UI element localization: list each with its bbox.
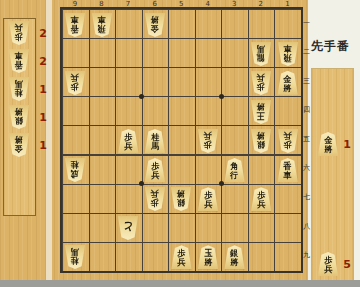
piece-kanji: 馬 bbox=[151, 142, 159, 151]
square-3八[interactable] bbox=[221, 213, 247, 242]
square-6三[interactable] bbox=[142, 67, 168, 96]
square-5二[interactable] bbox=[168, 38, 194, 67]
square-8三[interactable] bbox=[89, 67, 115, 96]
square-8七[interactable] bbox=[89, 184, 115, 213]
piece-kanji: 馬 bbox=[257, 44, 265, 53]
piece-kanji: 兵 bbox=[124, 142, 132, 151]
piece-kanji: 將 bbox=[231, 258, 239, 267]
square-8九[interactable] bbox=[89, 242, 115, 271]
rank-label-八: 八 bbox=[302, 222, 311, 231]
piece-kanji: 車 bbox=[15, 51, 23, 60]
piece-kanji: 金 bbox=[15, 144, 23, 153]
square-2九[interactable] bbox=[248, 242, 274, 271]
star-point bbox=[219, 181, 224, 186]
piece-kanji: 桂 bbox=[15, 88, 23, 97]
square-4二[interactable] bbox=[195, 38, 221, 67]
sente-captured-tray bbox=[311, 68, 354, 281]
piece-kanji: 王 bbox=[257, 111, 265, 120]
square-1四[interactable] bbox=[274, 96, 300, 125]
file-label-9: 9 bbox=[62, 0, 88, 8]
square-7二[interactable] bbox=[115, 38, 141, 67]
piece-kanji: 銀 bbox=[15, 116, 23, 125]
rank-label-五: 五 bbox=[302, 135, 311, 144]
window-edge bbox=[0, 280, 360, 287]
piece-kanji: 兵 bbox=[71, 73, 79, 82]
turn-indicator: 先手番 bbox=[311, 38, 357, 54]
square-8六[interactable] bbox=[89, 155, 115, 184]
piece-kanji: 銀 bbox=[177, 198, 185, 207]
gote-hand-count-gold: 1 bbox=[36, 139, 50, 152]
rank-label-六: 六 bbox=[302, 164, 311, 173]
square-4四[interactable] bbox=[195, 96, 221, 125]
square-8八[interactable] bbox=[89, 213, 115, 242]
square-7三[interactable] bbox=[115, 67, 141, 96]
file-label-3: 3 bbox=[221, 0, 247, 8]
square-6八[interactable] bbox=[142, 213, 168, 242]
piece-kanji: 兵 bbox=[204, 131, 212, 140]
piece-kanji: 兵 bbox=[151, 171, 159, 180]
square-4一[interactable] bbox=[195, 9, 221, 38]
square-7九[interactable] bbox=[115, 242, 141, 271]
piece-kanji: 兵 bbox=[257, 200, 265, 209]
piece-kanji: 歩 bbox=[257, 82, 265, 91]
piece-kanji: 將 bbox=[284, 84, 292, 93]
gote-hand-count-pawn: 2 bbox=[36, 27, 50, 40]
square-8五[interactable] bbox=[89, 125, 115, 154]
piece-kanji: 將 bbox=[15, 135, 23, 144]
file-label-1: 1 bbox=[274, 0, 300, 8]
square-3五[interactable] bbox=[221, 125, 247, 154]
piece-kanji: 銀 bbox=[257, 140, 265, 149]
file-label-7: 7 bbox=[115, 0, 141, 8]
piece-kanji: 兵 bbox=[151, 189, 159, 198]
square-4六[interactable] bbox=[195, 155, 221, 184]
piece-kanji: 兵 bbox=[15, 23, 23, 32]
file-label-5: 5 bbox=[168, 0, 194, 8]
piece-kanji: 兵 bbox=[324, 265, 332, 274]
square-4三[interactable] bbox=[195, 67, 221, 96]
piece-kanji: 車 bbox=[284, 44, 292, 53]
piece-kanji: 馬 bbox=[15, 79, 23, 88]
piece-kanji: 桂 bbox=[71, 256, 79, 265]
piece-kanji: 歩 bbox=[15, 32, 23, 41]
piece-kanji: 行 bbox=[231, 171, 239, 180]
square-1七[interactable] bbox=[274, 184, 300, 213]
square-5四[interactable] bbox=[168, 96, 194, 125]
square-3一[interactable] bbox=[221, 9, 247, 38]
piece-kanji: と bbox=[123, 216, 134, 236]
square-1一[interactable] bbox=[274, 9, 300, 38]
piece-kanji: 馬 bbox=[71, 247, 79, 256]
square-7六[interactable] bbox=[115, 155, 141, 184]
square-5五[interactable] bbox=[168, 125, 194, 154]
square-3七[interactable] bbox=[221, 184, 247, 213]
sente-hand-count-gold: 1 bbox=[340, 138, 354, 151]
square-7一[interactable] bbox=[115, 9, 141, 38]
piece-kanji: 將 bbox=[257, 102, 265, 111]
square-9八[interactable] bbox=[62, 213, 88, 242]
piece-kanji: 歩 bbox=[151, 198, 159, 207]
file-label-4: 4 bbox=[195, 0, 221, 8]
square-9二[interactable] bbox=[62, 38, 88, 67]
square-7四[interactable] bbox=[115, 96, 141, 125]
file-label-6: 6 bbox=[142, 0, 168, 8]
piece-kanji: 將 bbox=[257, 131, 265, 140]
piece-kanji: 將 bbox=[324, 145, 332, 154]
square-5八[interactable] bbox=[168, 213, 194, 242]
square-8四[interactable] bbox=[89, 96, 115, 125]
square-6二[interactable] bbox=[142, 38, 168, 67]
gote-hand-count-silver: 1 bbox=[36, 111, 50, 124]
piece-kanji: 車 bbox=[284, 171, 292, 180]
piece-kanji: 將 bbox=[204, 258, 212, 267]
piece-kanji: 兵 bbox=[204, 200, 212, 209]
star-point bbox=[219, 94, 224, 99]
square-1九[interactable] bbox=[274, 242, 300, 271]
piece-kanji: 成 bbox=[71, 169, 79, 178]
piece-kanji: 桂 bbox=[71, 160, 79, 169]
square-2八[interactable] bbox=[248, 213, 274, 242]
piece-kanji: 將 bbox=[177, 189, 185, 198]
star-point bbox=[139, 94, 144, 99]
piece-kanji: 將 bbox=[151, 15, 159, 24]
piece-kanji: 兵 bbox=[177, 258, 185, 267]
rank-label-三: 三 bbox=[302, 77, 311, 86]
piece-kanji: 歩 bbox=[204, 140, 212, 149]
square-9五[interactable] bbox=[62, 125, 88, 154]
square-6四[interactable] bbox=[142, 96, 168, 125]
piece-kanji: 兵 bbox=[257, 73, 265, 82]
square-8二[interactable] bbox=[89, 38, 115, 67]
gote-hand-count-lance: 2 bbox=[36, 55, 50, 68]
square-1八[interactable] bbox=[274, 213, 300, 242]
piece-kanji: 車 bbox=[98, 15, 106, 24]
rank-label-一: 一 bbox=[302, 19, 311, 28]
rank-label-二: 二 bbox=[302, 48, 311, 57]
square-6九[interactable] bbox=[142, 242, 168, 271]
piece-kanji: 車 bbox=[71, 15, 79, 24]
square-9四[interactable] bbox=[62, 96, 88, 125]
rank-label-四: 四 bbox=[302, 106, 311, 115]
gote-hand-count-knight: 1 bbox=[36, 83, 50, 96]
square-5六[interactable] bbox=[168, 155, 194, 184]
square-5三[interactable] bbox=[168, 67, 194, 96]
rank-label-九: 九 bbox=[302, 251, 311, 260]
square-4八[interactable] bbox=[195, 213, 221, 242]
square-2六[interactable] bbox=[248, 155, 274, 184]
square-9七[interactable] bbox=[62, 184, 88, 213]
sente-hand-count-pawn: 5 bbox=[340, 258, 354, 271]
piece-kanji: 歩 bbox=[284, 140, 292, 149]
square-7七[interactable] bbox=[115, 184, 141, 213]
square-5一[interactable] bbox=[168, 9, 194, 38]
file-label-2: 2 bbox=[248, 0, 274, 8]
piece-kanji: 香 bbox=[15, 60, 23, 69]
piece-kanji: 將 bbox=[15, 107, 23, 116]
file-label-8: 8 bbox=[89, 0, 115, 8]
square-3二[interactable] bbox=[221, 38, 247, 67]
rank-label-七: 七 bbox=[302, 193, 311, 202]
square-3四[interactable] bbox=[221, 96, 247, 125]
square-3三[interactable] bbox=[221, 67, 247, 96]
piece-kanji: 兵 bbox=[284, 131, 292, 140]
piece-kanji: 歩 bbox=[71, 82, 79, 91]
square-2一[interactable] bbox=[248, 9, 274, 38]
